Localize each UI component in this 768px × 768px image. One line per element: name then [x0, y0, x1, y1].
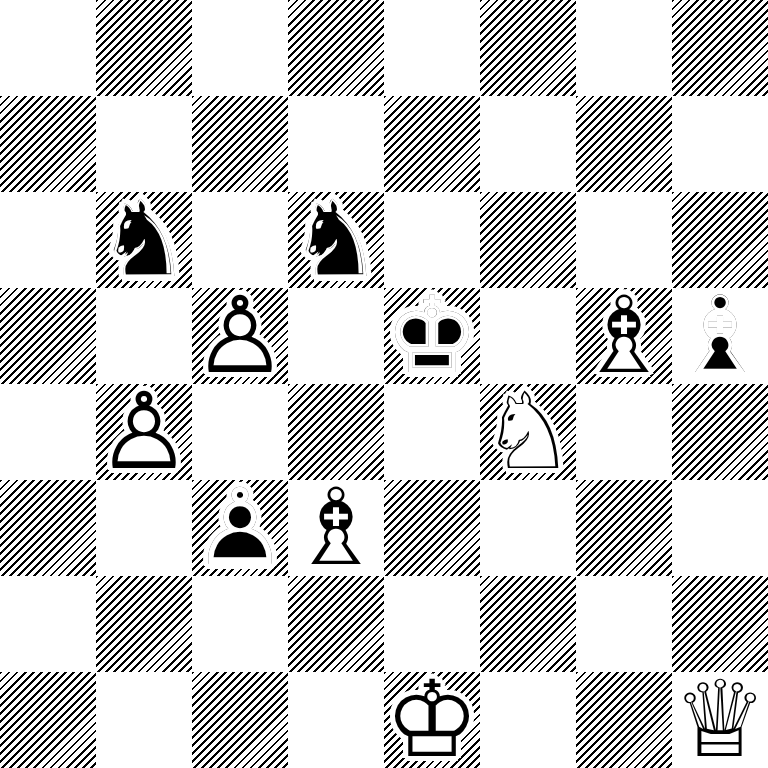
- square-a3[interactable]: [0, 480, 96, 576]
- white-bishop-piece[interactable]: ♝♗: [576, 288, 672, 384]
- square-a7[interactable]: [0, 96, 96, 192]
- white-knight-piece[interactable]: ♞♘: [480, 384, 576, 480]
- white-queen-piece[interactable]: ♛♕: [672, 672, 768, 768]
- square-h7[interactable]: [672, 96, 768, 192]
- square-g3[interactable]: [576, 480, 672, 576]
- black-knight-piece[interactable]: ♞♘: [288, 192, 384, 288]
- square-e4[interactable]: [384, 384, 480, 480]
- white-king-piece[interactable]: ♚♔: [384, 672, 480, 768]
- square-a1[interactable]: [0, 672, 96, 768]
- square-b1[interactable]: [96, 672, 192, 768]
- square-c3[interactable]: ♟♙: [192, 480, 288, 576]
- black-knight-piece[interactable]: ♞♘: [96, 192, 192, 288]
- white-king-outline-glyph: ♔: [384, 672, 480, 768]
- square-f1[interactable]: [480, 672, 576, 768]
- square-b4[interactable]: ♟♙: [96, 384, 192, 480]
- white-queen-outline-glyph: ♕: [672, 672, 768, 768]
- square-c1[interactable]: [192, 672, 288, 768]
- square-h1[interactable]: ♛♕: [672, 672, 768, 768]
- square-b6[interactable]: ♞♘: [96, 192, 192, 288]
- square-f3[interactable]: [480, 480, 576, 576]
- square-g4[interactable]: [576, 384, 672, 480]
- square-e8[interactable]: [384, 0, 480, 96]
- black-bishop-piece[interactable]: ♝♗: [672, 288, 768, 384]
- square-d6[interactable]: ♞♘: [288, 192, 384, 288]
- square-e5[interactable]: ♚♔: [384, 288, 480, 384]
- square-f8[interactable]: [480, 0, 576, 96]
- white-bishop-outline-glyph: ♗: [288, 480, 384, 576]
- square-a5[interactable]: [0, 288, 96, 384]
- square-g8[interactable]: [576, 0, 672, 96]
- white-pawn-piece[interactable]: ♟♙: [192, 288, 288, 384]
- square-h5[interactable]: ♝♗: [672, 288, 768, 384]
- square-c2[interactable]: [192, 576, 288, 672]
- square-b8[interactable]: [96, 0, 192, 96]
- square-f7[interactable]: [480, 96, 576, 192]
- white-bishop-outline-glyph: ♗: [576, 288, 672, 384]
- square-d2[interactable]: [288, 576, 384, 672]
- square-h3[interactable]: [672, 480, 768, 576]
- square-f6[interactable]: [480, 192, 576, 288]
- square-d1[interactable]: [288, 672, 384, 768]
- square-e1[interactable]: ♚♔: [384, 672, 480, 768]
- black-king-outline-glyph: ♔: [384, 288, 480, 384]
- black-pawn-outline-glyph: ♙: [192, 480, 288, 576]
- black-knight-outline-glyph: ♘: [288, 192, 384, 288]
- white-pawn-outline-glyph: ♙: [96, 384, 192, 480]
- square-c7[interactable]: [192, 96, 288, 192]
- square-h8[interactable]: [672, 0, 768, 96]
- black-bishop-outline-glyph: ♗: [672, 288, 768, 384]
- black-pawn-piece[interactable]: ♟♙: [192, 480, 288, 576]
- square-c5[interactable]: ♟♙: [192, 288, 288, 384]
- square-f4[interactable]: ♞♘: [480, 384, 576, 480]
- square-h4[interactable]: [672, 384, 768, 480]
- square-d5[interactable]: [288, 288, 384, 384]
- black-king-piece[interactable]: ♚♔: [384, 288, 480, 384]
- square-a2[interactable]: [0, 576, 96, 672]
- square-a4[interactable]: [0, 384, 96, 480]
- white-pawn-outline-glyph: ♙: [192, 288, 288, 384]
- white-bishop-piece[interactable]: ♝♗: [288, 480, 384, 576]
- square-b3[interactable]: [96, 480, 192, 576]
- white-knight-outline-glyph: ♘: [480, 384, 576, 480]
- square-f2[interactable]: [480, 576, 576, 672]
- square-e3[interactable]: [384, 480, 480, 576]
- square-c8[interactable]: [192, 0, 288, 96]
- square-b2[interactable]: [96, 576, 192, 672]
- square-g5[interactable]: ♝♗: [576, 288, 672, 384]
- square-d8[interactable]: [288, 0, 384, 96]
- chess-board: ♞♘♞♘♟♙♚♔♝♗♝♗♟♙♞♘♟♙♝♗♚♔♛♕: [0, 0, 768, 768]
- square-g7[interactable]: [576, 96, 672, 192]
- square-e7[interactable]: [384, 96, 480, 192]
- square-a8[interactable]: [0, 0, 96, 96]
- square-a6[interactable]: [0, 192, 96, 288]
- square-d3[interactable]: ♝♗: [288, 480, 384, 576]
- square-g1[interactable]: [576, 672, 672, 768]
- square-g2[interactable]: [576, 576, 672, 672]
- white-pawn-piece[interactable]: ♟♙: [96, 384, 192, 480]
- black-knight-outline-glyph: ♘: [96, 192, 192, 288]
